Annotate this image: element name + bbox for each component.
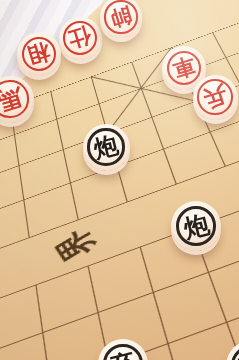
- piece-character: 炮: [181, 211, 211, 241]
- piece-black-cannon[interactable]: 炮: [83, 124, 130, 171]
- piece-character: 馬: [0, 84, 25, 114]
- black-ring-icon: 炮: [176, 206, 216, 246]
- red-ring-icon: 兵: [197, 79, 233, 115]
- piece-character: 兵: [201, 83, 230, 112]
- black-ring-icon: 卒: [103, 344, 143, 360]
- xiangqi-board-photo: 界 馬相仕帥車兵炮炮卒卒: [0, 0, 239, 360]
- piece-character: 炮: [91, 132, 120, 161]
- piece-character: 相: [25, 40, 52, 67]
- piece-character: 車: [170, 54, 197, 81]
- piece-character: 卒: [236, 350, 239, 360]
- black-ring-icon: 炮: [87, 128, 124, 165]
- piece-red-advisor[interactable]: 仕: [59, 17, 102, 60]
- red-ring-icon: 馬: [0, 80, 29, 117]
- piece-black-cannon[interactable]: 炮: [171, 201, 221, 251]
- red-ring-icon: 相: [22, 37, 57, 72]
- red-ring-icon: 帥: [104, 0, 137, 33]
- black-ring-icon: 卒: [231, 345, 239, 360]
- piece-character: 帥: [108, 4, 134, 30]
- piece-character: 卒: [108, 349, 138, 360]
- piece-red-general[interactable]: 帥: [100, 0, 142, 38]
- piece-character: 仕: [66, 24, 93, 51]
- red-ring-icon: 車: [167, 51, 202, 86]
- piece-red-elephant[interactable]: 相: [17, 32, 61, 76]
- piece-red-soldier[interactable]: 兵: [193, 75, 238, 120]
- red-ring-icon: 仕: [63, 21, 97, 55]
